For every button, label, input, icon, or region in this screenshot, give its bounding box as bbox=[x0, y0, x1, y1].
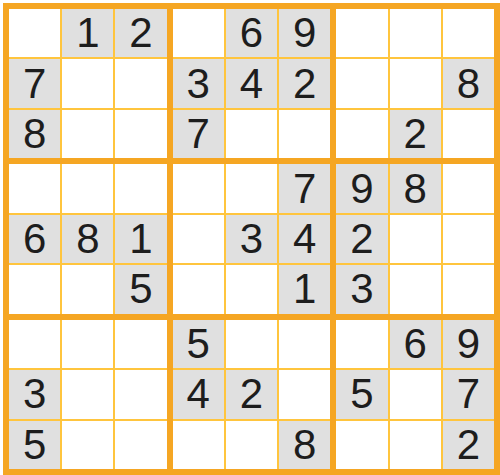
cell-r2c5[interactable]: 4 bbox=[226, 59, 277, 107]
cell-r9c4[interactable] bbox=[173, 421, 224, 469]
cell-r5c5[interactable]: 3 bbox=[226, 215, 277, 263]
box-1-1: 1278 bbox=[9, 9, 167, 158]
cell-r4c5[interactable] bbox=[226, 164, 277, 212]
cell-r2c6[interactable]: 2 bbox=[279, 59, 330, 107]
cell-r6c7[interactable]: 3 bbox=[336, 265, 387, 313]
cell-r7c9[interactable]: 9 bbox=[443, 320, 494, 368]
box-3-3: 69572 bbox=[336, 320, 494, 469]
cell-r1c9[interactable] bbox=[443, 9, 494, 57]
cell-r6c6[interactable]: 1 bbox=[279, 265, 330, 313]
cell-r8c2[interactable] bbox=[62, 370, 113, 418]
cell-r4c8[interactable]: 8 bbox=[390, 164, 441, 212]
cell-r8c8[interactable] bbox=[390, 370, 441, 418]
cell-r7c7[interactable] bbox=[336, 320, 387, 368]
cell-r6c2[interactable] bbox=[62, 265, 113, 313]
cell-r4c7[interactable]: 9 bbox=[336, 164, 387, 212]
cell-r7c5[interactable] bbox=[226, 320, 277, 368]
cell-r6c9[interactable] bbox=[443, 265, 494, 313]
cell-r3c8[interactable]: 2 bbox=[390, 110, 441, 158]
cell-r1c2[interactable]: 1 bbox=[62, 9, 113, 57]
cell-r4c2[interactable] bbox=[62, 164, 113, 212]
cell-r8c7[interactable]: 5 bbox=[336, 370, 387, 418]
cell-r3c7[interactable] bbox=[336, 110, 387, 158]
cell-r9c7[interactable] bbox=[336, 421, 387, 469]
cell-r1c1[interactable] bbox=[9, 9, 60, 57]
box-1-2: 693427 bbox=[173, 9, 331, 158]
cell-r5c6[interactable]: 4 bbox=[279, 215, 330, 263]
cell-r7c6[interactable] bbox=[279, 320, 330, 368]
cell-r9c1[interactable]: 5 bbox=[9, 421, 60, 469]
cell-r7c1[interactable] bbox=[9, 320, 60, 368]
cell-r7c4[interactable]: 5 bbox=[173, 320, 224, 368]
cell-r6c5[interactable] bbox=[226, 265, 277, 313]
cell-r2c7[interactable] bbox=[336, 59, 387, 107]
cell-r2c8[interactable] bbox=[390, 59, 441, 107]
box-2-1: 6815 bbox=[9, 164, 167, 313]
cell-r8c3[interactable] bbox=[115, 370, 166, 418]
cell-r8c6[interactable] bbox=[279, 370, 330, 418]
cell-r2c4[interactable]: 3 bbox=[173, 59, 224, 107]
cell-r8c4[interactable]: 4 bbox=[173, 370, 224, 418]
cell-r5c3[interactable]: 1 bbox=[115, 215, 166, 263]
box-2-3: 9823 bbox=[336, 164, 494, 313]
cell-r1c8[interactable] bbox=[390, 9, 441, 57]
cell-r6c3[interactable]: 5 bbox=[115, 265, 166, 313]
cell-r3c6[interactable] bbox=[279, 110, 330, 158]
cell-r6c1[interactable] bbox=[9, 265, 60, 313]
cell-r1c3[interactable]: 2 bbox=[115, 9, 166, 57]
cell-r8c9[interactable]: 7 bbox=[443, 370, 494, 418]
box-1-3: 82 bbox=[336, 9, 494, 158]
box-2-2: 7341 bbox=[173, 164, 331, 313]
cell-r9c8[interactable] bbox=[390, 421, 441, 469]
cell-r7c2[interactable] bbox=[62, 320, 113, 368]
cell-r3c1[interactable]: 8 bbox=[9, 110, 60, 158]
cell-r9c2[interactable] bbox=[62, 421, 113, 469]
cell-r1c4[interactable] bbox=[173, 9, 224, 57]
cell-r5c9[interactable] bbox=[443, 215, 494, 263]
cell-r3c5[interactable] bbox=[226, 110, 277, 158]
cell-r2c2[interactable] bbox=[62, 59, 113, 107]
box-3-2: 5428 bbox=[173, 320, 331, 469]
cell-r3c4[interactable]: 7 bbox=[173, 110, 224, 158]
cell-r6c8[interactable] bbox=[390, 265, 441, 313]
cell-r6c4[interactable] bbox=[173, 265, 224, 313]
cell-r7c8[interactable]: 6 bbox=[390, 320, 441, 368]
cell-r4c1[interactable] bbox=[9, 164, 60, 212]
cell-r5c1[interactable]: 6 bbox=[9, 215, 60, 263]
cell-r9c3[interactable] bbox=[115, 421, 166, 469]
cell-r8c5[interactable]: 2 bbox=[226, 370, 277, 418]
cell-r5c8[interactable] bbox=[390, 215, 441, 263]
cell-r9c9[interactable]: 2 bbox=[443, 421, 494, 469]
cell-r1c5[interactable]: 6 bbox=[226, 9, 277, 57]
cell-r1c6[interactable]: 9 bbox=[279, 9, 330, 57]
cell-r3c9[interactable] bbox=[443, 110, 494, 158]
box-3-1: 35 bbox=[9, 320, 167, 469]
cell-r9c6[interactable]: 8 bbox=[279, 421, 330, 469]
cell-r2c1[interactable]: 7 bbox=[9, 59, 60, 107]
cell-r4c3[interactable] bbox=[115, 164, 166, 212]
cell-r2c9[interactable]: 8 bbox=[443, 59, 494, 107]
cell-r9c5[interactable] bbox=[226, 421, 277, 469]
cell-r4c9[interactable] bbox=[443, 164, 494, 212]
cell-r3c3[interactable] bbox=[115, 110, 166, 158]
cell-r3c2[interactable] bbox=[62, 110, 113, 158]
cell-r4c4[interactable] bbox=[173, 164, 224, 212]
cell-r5c2[interactable]: 8 bbox=[62, 215, 113, 263]
cell-r5c4[interactable] bbox=[173, 215, 224, 263]
cell-r5c7[interactable]: 2 bbox=[336, 215, 387, 263]
cell-r8c1[interactable]: 3 bbox=[9, 370, 60, 418]
cell-r4c6[interactable]: 7 bbox=[279, 164, 330, 212]
sudoku-board: 12786934278268157341982335542869572 bbox=[3, 3, 500, 475]
cell-r2c3[interactable] bbox=[115, 59, 166, 107]
cell-r7c3[interactable] bbox=[115, 320, 166, 368]
cell-r1c7[interactable] bbox=[336, 9, 387, 57]
